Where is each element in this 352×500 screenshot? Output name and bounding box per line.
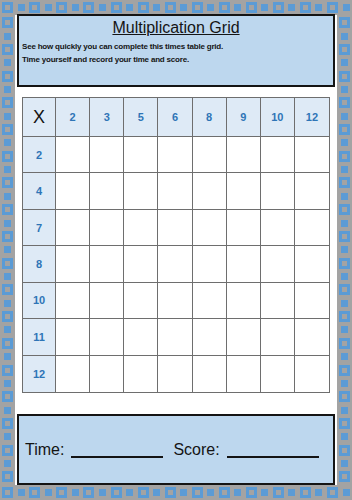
border-square-tile xyxy=(234,489,241,496)
grid-row-header-11: 11 xyxy=(23,319,56,355)
page-border-left xyxy=(0,15,15,485)
border-square-tile xyxy=(341,353,348,360)
border-square-tile xyxy=(99,4,106,11)
grid-col-header-12: 12 xyxy=(295,98,329,137)
border-square-tile xyxy=(339,17,350,28)
border-square-tile xyxy=(341,460,348,467)
border-square-tile xyxy=(339,151,350,162)
instructions: See how quickly you can complete this ti… xyxy=(19,41,333,67)
border-square-tile xyxy=(4,193,11,200)
border-square-tile xyxy=(341,139,348,146)
border-square-tile xyxy=(339,44,350,55)
border-square-tile xyxy=(341,300,348,307)
multiplication-grid-wrap: X23568910122478101112 xyxy=(22,97,330,393)
border-square-tile xyxy=(2,391,13,402)
grid-cell-10x9[interactable] xyxy=(227,283,261,319)
border-square-tile xyxy=(4,33,11,40)
border-square-tile xyxy=(300,2,311,13)
border-square-tile xyxy=(341,33,348,40)
border-square-tile xyxy=(339,231,350,242)
border-square-tile xyxy=(341,273,348,280)
grid-cell-4x5[interactable] xyxy=(124,173,158,209)
border-square-tile xyxy=(4,380,11,387)
grid-cell-11x6[interactable] xyxy=(158,319,192,355)
grid-cell-10x8[interactable] xyxy=(193,283,227,319)
border-square-tile xyxy=(234,4,241,11)
grid-cell-4x2[interactable] xyxy=(56,173,90,209)
border-square-tile xyxy=(56,487,67,498)
border-square-tile xyxy=(2,487,13,498)
border-square-tile xyxy=(341,193,348,200)
border-square-tile xyxy=(300,487,311,498)
border-square-tile xyxy=(18,4,25,11)
border-square-tile xyxy=(4,166,11,173)
grid-cell-11x2[interactable] xyxy=(56,319,90,355)
border-square-tile xyxy=(99,489,106,496)
border-square-tile xyxy=(343,4,350,11)
border-square-tile xyxy=(341,246,348,253)
grid-row-header-8: 8 xyxy=(23,246,56,282)
border-square-tile xyxy=(327,2,338,13)
border-square-tile xyxy=(339,71,350,82)
border-square-tile xyxy=(2,71,13,82)
grid-cell-2x2[interactable] xyxy=(56,137,90,173)
grid-cell-11x3[interactable] xyxy=(90,319,124,355)
grid-row-header-12: 12 xyxy=(23,356,56,392)
grid-row-header-4: 4 xyxy=(23,173,56,209)
border-square-tile xyxy=(45,489,52,496)
grid-cell-10x6[interactable] xyxy=(158,283,192,319)
border-square-tile xyxy=(288,4,295,11)
border-square-tile xyxy=(339,97,350,108)
border-square-tile xyxy=(4,220,11,227)
grid-cell-8x12[interactable] xyxy=(295,246,329,282)
footer-box: Time: Score: xyxy=(17,414,335,485)
grid-cell-12x9[interactable] xyxy=(227,356,261,392)
border-square-tile xyxy=(339,418,350,429)
grid-cell-7x8[interactable] xyxy=(193,210,227,246)
page-title: Multiplication Grid xyxy=(19,19,333,37)
border-square-tile xyxy=(288,489,295,496)
grid-row-header-2: 2 xyxy=(23,137,56,173)
grid-cell-2x8[interactable] xyxy=(193,137,227,173)
grid-cell-8x9[interactable] xyxy=(227,246,261,282)
border-square-tile xyxy=(111,2,122,13)
multiplication-grid: X23568910122478101112 xyxy=(22,97,330,393)
border-square-tile xyxy=(29,487,40,498)
border-square-tile xyxy=(4,59,11,66)
border-square-tile xyxy=(339,338,350,349)
grid-cell-8x8[interactable] xyxy=(193,246,227,282)
grid-cell-4x12[interactable] xyxy=(295,173,329,209)
border-square-tile xyxy=(219,2,230,13)
border-square-tile xyxy=(4,326,11,333)
border-square-tile xyxy=(4,139,11,146)
border-square-tile xyxy=(2,284,13,295)
grid-cell-12x8[interactable] xyxy=(193,356,227,392)
border-square-tile xyxy=(339,471,350,482)
grid-cell-12x3[interactable] xyxy=(90,356,124,392)
grid-cell-2x3[interactable] xyxy=(90,137,124,173)
grid-cell-4x3[interactable] xyxy=(90,173,124,209)
border-square-tile xyxy=(341,166,348,173)
grid-cell-7x12[interactable] xyxy=(295,210,329,246)
grid-cell-8x6[interactable] xyxy=(158,246,192,282)
grid-cell-11x10[interactable] xyxy=(261,319,295,355)
grid-col-header-6: 6 xyxy=(158,98,192,137)
grid-cell-7x2[interactable] xyxy=(56,210,90,246)
border-square-tile xyxy=(4,113,11,120)
border-square-tile xyxy=(180,4,187,11)
border-square-tile xyxy=(339,124,350,135)
border-square-tile xyxy=(339,445,350,456)
grid-col-header-3: 3 xyxy=(90,98,124,137)
border-square-tile xyxy=(45,4,52,11)
grid-cell-10x12[interactable] xyxy=(295,283,329,319)
border-square-tile xyxy=(273,2,284,13)
grid-cell-11x9[interactable] xyxy=(227,319,261,355)
grid-cell-10x3[interactable] xyxy=(90,283,124,319)
border-square-tile xyxy=(2,231,13,242)
border-square-tile xyxy=(126,489,133,496)
grid-row-header-7: 7 xyxy=(23,210,56,246)
page-border-top xyxy=(0,0,352,15)
border-square-tile xyxy=(138,487,149,498)
grid-cell-8x3[interactable] xyxy=(90,246,124,282)
grid-cell-12x10[interactable] xyxy=(261,356,295,392)
border-square-tile xyxy=(2,445,13,456)
grid-cell-7x3[interactable] xyxy=(90,210,124,246)
border-square-tile xyxy=(153,4,160,11)
border-square-tile xyxy=(83,2,94,13)
grid-cell-12x6[interactable] xyxy=(158,356,192,392)
border-square-tile xyxy=(4,300,11,307)
grid-cell-8x10[interactable] xyxy=(261,246,295,282)
border-square-tile xyxy=(2,151,13,162)
border-square-tile xyxy=(4,246,11,253)
grid-cell-2x5[interactable] xyxy=(124,137,158,173)
border-square-tile xyxy=(2,338,13,349)
border-square-tile xyxy=(273,487,284,498)
border-square-tile xyxy=(56,2,67,13)
border-square-tile xyxy=(72,4,79,11)
border-square-tile xyxy=(2,258,13,269)
border-square-tile xyxy=(339,284,350,295)
grid-col-header-5: 5 xyxy=(124,98,158,137)
border-square-tile xyxy=(29,2,40,13)
time-blank-line[interactable] xyxy=(71,441,163,458)
border-square-tile xyxy=(18,489,25,496)
border-square-tile xyxy=(83,487,94,498)
border-square-tile xyxy=(2,418,13,429)
grid-cell-7x5[interactable] xyxy=(124,210,158,246)
border-square-tile xyxy=(2,97,13,108)
border-square-tile xyxy=(261,4,268,11)
border-square-tile xyxy=(327,487,338,498)
score-label: Score: xyxy=(173,441,219,459)
border-square-tile xyxy=(219,487,230,498)
grid-cell-10x2[interactable] xyxy=(56,283,90,319)
border-square-tile xyxy=(4,460,11,467)
grid-cell-4x8[interactable] xyxy=(193,173,227,209)
border-square-tile xyxy=(72,489,79,496)
border-square-tile xyxy=(165,2,176,13)
border-square-tile xyxy=(138,2,149,13)
grid-col-header-10: 10 xyxy=(261,98,295,137)
border-square-tile xyxy=(4,86,11,93)
grid-cell-8x2[interactable] xyxy=(56,246,90,282)
border-square-tile xyxy=(339,311,350,322)
border-square-tile xyxy=(341,326,348,333)
border-square-tile xyxy=(341,59,348,66)
border-square-tile xyxy=(4,433,11,440)
border-square-tile xyxy=(4,353,11,360)
border-square-tile xyxy=(341,407,348,414)
page-border-bottom xyxy=(0,485,352,500)
grid-cell-11x12[interactable] xyxy=(295,319,329,355)
grid-cell-7x9[interactable] xyxy=(227,210,261,246)
grid-cell-8x5[interactable] xyxy=(124,246,158,282)
border-square-tile xyxy=(111,487,122,498)
grid-cell-2x12[interactable] xyxy=(295,137,329,173)
border-square-tile xyxy=(2,204,13,215)
title-box: Multiplication Grid See how quickly you … xyxy=(17,14,335,87)
grid-cell-2x6[interactable] xyxy=(158,137,192,173)
grid-cell-12x5[interactable] xyxy=(124,356,158,392)
border-square-tile xyxy=(339,391,350,402)
instructions-line-2: Time yourself and record your time and s… xyxy=(22,54,333,67)
border-square-tile xyxy=(192,487,203,498)
border-square-tile xyxy=(126,4,133,11)
grid-cell-11x8[interactable] xyxy=(193,319,227,355)
border-square-tile xyxy=(341,220,348,227)
border-square-tile xyxy=(2,365,13,376)
grid-cell-4x9[interactable] xyxy=(227,173,261,209)
instructions-line-1: See how quickly you can complete this ti… xyxy=(22,41,333,54)
border-square-tile xyxy=(343,489,350,496)
grid-cell-10x5[interactable] xyxy=(124,283,158,319)
border-square-tile xyxy=(341,86,348,93)
border-square-tile xyxy=(2,17,13,28)
border-square-tile xyxy=(341,380,348,387)
border-square-tile xyxy=(165,487,176,498)
border-square-tile xyxy=(2,44,13,55)
border-square-tile xyxy=(4,407,11,414)
grid-cell-4x6[interactable] xyxy=(158,173,192,209)
worksheet-page: Multiplication Grid See how quickly you … xyxy=(0,0,352,500)
border-square-tile xyxy=(153,489,160,496)
grid-cell-12x12[interactable] xyxy=(295,356,329,392)
border-square-tile xyxy=(315,489,322,496)
border-square-tile xyxy=(341,113,348,120)
grid-col-header-9: 9 xyxy=(227,98,261,137)
grid-cell-4x10[interactable] xyxy=(261,173,295,209)
border-square-tile xyxy=(180,489,187,496)
grid-cell-7x10[interactable] xyxy=(261,210,295,246)
border-square-tile xyxy=(261,489,268,496)
border-square-tile xyxy=(315,4,322,11)
grid-corner-multiply-symbol: X xyxy=(23,98,56,137)
score-blank-line[interactable] xyxy=(227,441,319,458)
border-square-tile xyxy=(339,365,350,376)
grid-cell-2x9[interactable] xyxy=(227,137,261,173)
grid-cell-7x6[interactable] xyxy=(158,210,192,246)
border-square-tile xyxy=(207,489,214,496)
border-square-tile xyxy=(2,471,13,482)
border-square-tile xyxy=(246,487,257,498)
grid-col-header-8: 8 xyxy=(193,98,227,137)
border-square-tile xyxy=(207,4,214,11)
border-square-tile xyxy=(2,124,13,135)
border-square-tile xyxy=(2,177,13,188)
border-square-tile xyxy=(4,273,11,280)
border-square-tile xyxy=(339,177,350,188)
border-square-tile xyxy=(341,433,348,440)
grid-row-header-10: 10 xyxy=(23,283,56,319)
grid-col-header-2: 2 xyxy=(56,98,90,137)
grid-cell-10x10[interactable] xyxy=(261,283,295,319)
border-square-tile xyxy=(339,258,350,269)
time-label: Time: xyxy=(25,441,64,459)
border-square-tile xyxy=(246,2,257,13)
grid-cell-11x5[interactable] xyxy=(124,319,158,355)
border-square-tile xyxy=(339,204,350,215)
border-square-tile xyxy=(2,2,13,13)
border-square-tile xyxy=(192,2,203,13)
border-square-tile xyxy=(2,311,13,322)
page-border-right xyxy=(337,15,352,485)
grid-cell-12x2[interactable] xyxy=(56,356,90,392)
grid-cell-2x10[interactable] xyxy=(261,137,295,173)
